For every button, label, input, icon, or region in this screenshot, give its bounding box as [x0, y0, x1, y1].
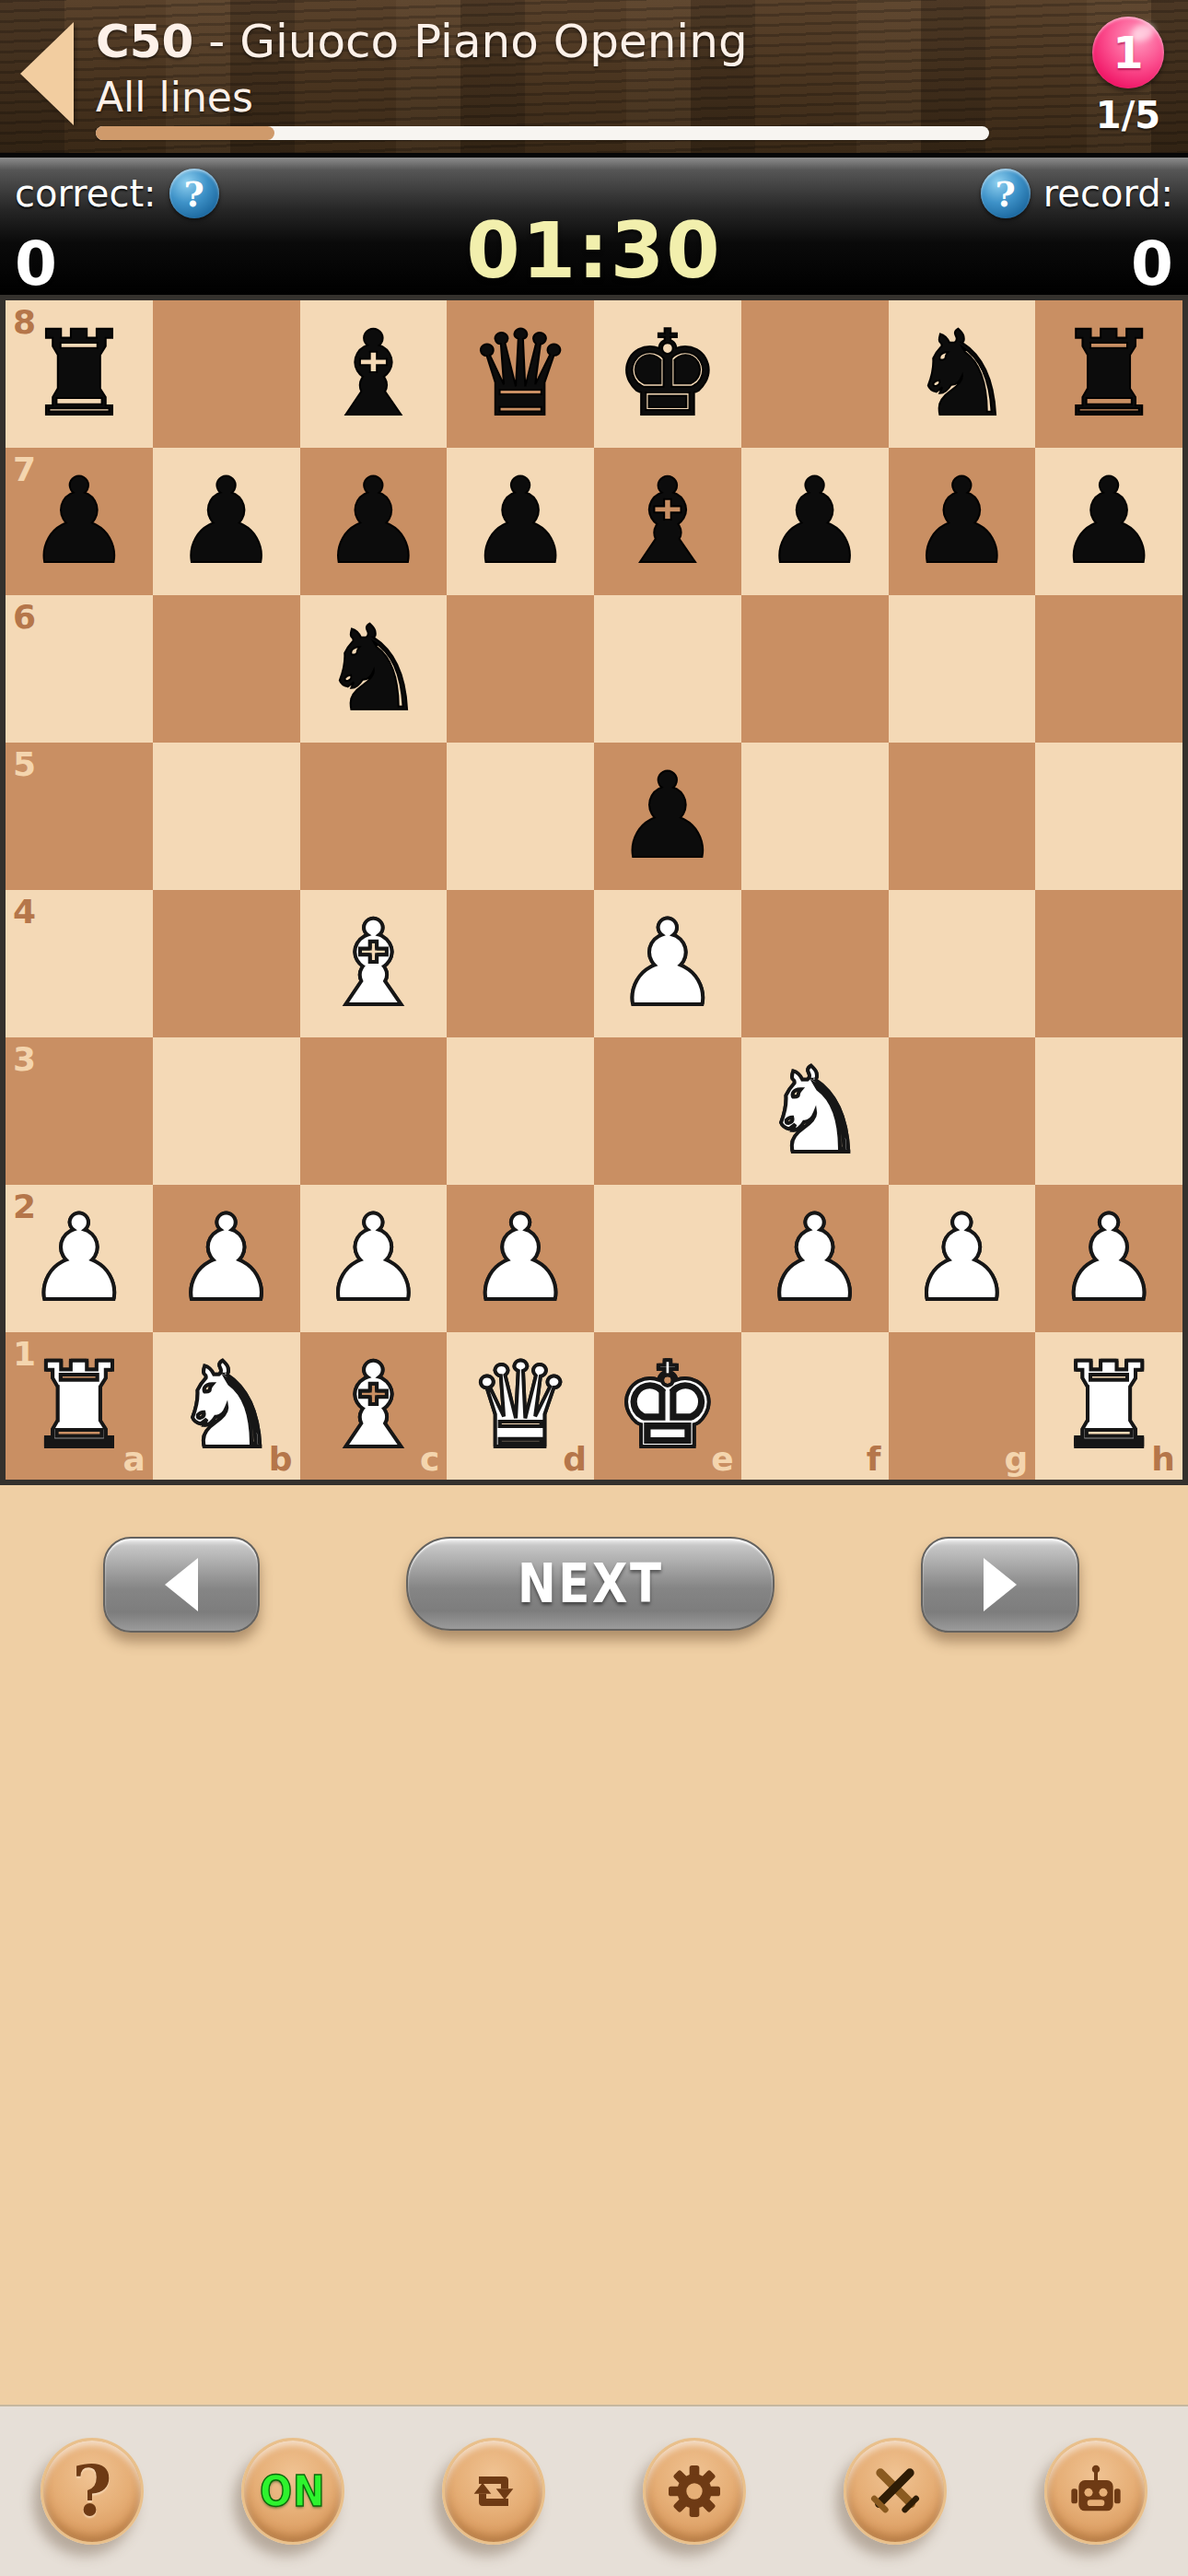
file-label-c: c [420, 1443, 439, 1476]
square-c3[interactable] [300, 1037, 448, 1185]
square-c1[interactable]: c♝ [300, 1332, 448, 1480]
square-a2[interactable]: 2♟ [6, 1185, 153, 1332]
countdown-timer: 01:30 [0, 212, 1188, 289]
square-b7[interactable]: ♟ [153, 448, 300, 595]
square-g4[interactable] [889, 890, 1036, 1037]
square-a4[interactable]: 4 [6, 890, 153, 1037]
black-bishop-c8: ♝ [300, 300, 448, 448]
square-g7[interactable]: ♟ [889, 448, 1036, 595]
square-a8[interactable]: 8♜ [6, 300, 153, 448]
square-c2[interactable]: ♟ [300, 1185, 448, 1332]
square-b1[interactable]: b♞ [153, 1332, 300, 1480]
bottom-toolbar: ? ON [0, 2405, 1188, 2576]
opening-trainer-app: C50 - Giuoco Piano Opening All lines 1 1… [0, 0, 1188, 2576]
square-e6[interactable] [594, 595, 741, 743]
black-pawn-c7: ♟ [300, 448, 448, 595]
file-label-a: a [122, 1443, 145, 1476]
square-h4[interactable] [1035, 890, 1182, 1037]
next-button[interactable]: NEXT [406, 1537, 775, 1631]
white-pawn-g2: ♟ [889, 1185, 1036, 1332]
square-h3[interactable] [1035, 1037, 1182, 1185]
square-h8[interactable]: ♜ [1035, 300, 1182, 448]
square-c6[interactable]: ♞ [300, 595, 448, 743]
question-icon: ? [996, 173, 1016, 215]
crossed-swords-icon [866, 2462, 925, 2521]
correct-label: correct: [15, 172, 157, 215]
black-pawn-d7: ♟ [447, 448, 594, 595]
square-b8[interactable] [153, 300, 300, 448]
white-king-e1: ♚ [594, 1332, 741, 1480]
black-bishop-e7: ♝ [594, 448, 741, 595]
move-navigation-area: NEXT [0, 1485, 1188, 2405]
white-rook-a1: ♜ [6, 1332, 153, 1480]
black-pawn-g7: ♟ [889, 448, 1036, 595]
square-b6[interactable] [153, 595, 300, 743]
square-b4[interactable] [153, 890, 300, 1037]
square-g3[interactable] [889, 1037, 1036, 1185]
question-icon: ? [183, 173, 204, 215]
square-f4[interactable] [741, 890, 889, 1037]
correct-label-group: correct: ? [15, 169, 232, 218]
file-label-g: g [1004, 1443, 1028, 1476]
square-h5[interactable] [1035, 743, 1182, 890]
square-h2[interactable]: ♟ [1035, 1185, 1182, 1332]
round-badge-value: 1 [1112, 27, 1143, 78]
white-pawn-h2: ♟ [1035, 1185, 1182, 1332]
title-dash: - [208, 15, 225, 68]
record-label-group: ? record: [968, 169, 1173, 218]
white-bishop-c1: ♝ [300, 1332, 448, 1480]
square-e2[interactable] [594, 1185, 741, 1332]
black-pawn-e5: ♟ [594, 743, 741, 890]
square-h7[interactable]: ♟ [1035, 448, 1182, 595]
sound-on-toggle-button[interactable]: ON [241, 2438, 344, 2545]
square-d1[interactable]: d♛ [447, 1332, 594, 1480]
square-f2[interactable]: ♟ [741, 1185, 889, 1332]
rank-label-5: 5 [13, 748, 36, 781]
square-d7[interactable]: ♟ [447, 448, 594, 595]
right-arrow-icon [984, 1558, 1017, 1611]
back-arrow-icon [20, 22, 74, 125]
file-label-f: f [867, 1443, 881, 1476]
square-a3[interactable]: 3 [6, 1037, 153, 1185]
round-badge: 1 [1092, 17, 1164, 88]
left-arrow-icon [165, 1558, 198, 1611]
square-e8[interactable]: ♚ [594, 300, 741, 448]
square-b3[interactable] [153, 1037, 300, 1185]
file-label-e: e [711, 1443, 733, 1476]
record-help-button[interactable]: ? [981, 169, 1031, 218]
repeat-button[interactable] [442, 2438, 545, 2545]
gear-icon [665, 2462, 724, 2521]
rank-label-8: 8 [13, 306, 36, 339]
lines-subtitle: All lines [96, 74, 253, 121]
black-knight-g8: ♞ [889, 300, 1036, 448]
robot-icon [1066, 2462, 1125, 2521]
black-pawn-a7: ♟ [6, 448, 153, 595]
settings-button[interactable] [643, 2438, 746, 2545]
back-button[interactable] [20, 20, 85, 131]
square-d8[interactable]: ♛ [447, 300, 594, 448]
chess-board: 8♜♝♛♚♞♜7♟♟♟♟♝♟♟♟6♞5♟4♝♟3♞2♟♟♟♟♟♟♟1a♜b♞c♝… [6, 300, 1182, 1480]
white-pawn-b2: ♟ [153, 1185, 300, 1332]
square-d6[interactable] [447, 595, 594, 743]
square-g8[interactable]: ♞ [889, 300, 1036, 448]
square-e4[interactable]: ♟ [594, 890, 741, 1037]
score-bar: correct: ? ? record: 0 0 01:30 [0, 153, 1188, 295]
square-f8[interactable] [741, 300, 889, 448]
black-pawn-f7: ♟ [741, 448, 889, 595]
square-a6[interactable]: 6 [6, 595, 153, 743]
progress-fill [96, 126, 274, 140]
record-label: record: [1043, 172, 1173, 215]
square-e1[interactable]: e♚ [594, 1332, 741, 1480]
rank-label-4: 4 [13, 896, 36, 929]
rank-label-6: 6 [13, 601, 36, 634]
rank-label-1: 1 [13, 1338, 36, 1371]
square-g2[interactable]: ♟ [889, 1185, 1036, 1332]
round-progress-label: 1/5 [1059, 94, 1188, 136]
black-king-e8: ♚ [594, 300, 741, 448]
battle-mode-button[interactable] [844, 2438, 947, 2545]
file-label-d: d [563, 1443, 587, 1476]
board-frame: 8♜♝♛♚♞♜7♟♟♟♟♝♟♟♟6♞5♟4♝♟3♞2♟♟♟♟♟♟♟1a♜b♞c♝… [0, 295, 1188, 1485]
header-bar: C50 - Giuoco Piano Opening All lines 1 1… [0, 0, 1188, 153]
question-icon: ? [72, 2452, 111, 2531]
white-pawn-e4: ♟ [594, 890, 741, 1037]
engine-button[interactable] [1044, 2438, 1147, 2545]
square-g6[interactable] [889, 595, 1036, 743]
white-rook-h1: ♜ [1035, 1332, 1182, 1480]
square-h1[interactable]: h♜ [1035, 1332, 1182, 1480]
square-g5[interactable] [889, 743, 1036, 890]
next-button-label: NEXT [518, 1552, 664, 1615]
square-e3[interactable] [594, 1037, 741, 1185]
square-c5[interactable] [300, 743, 448, 890]
white-knight-b1: ♞ [153, 1332, 300, 1480]
white-pawn-d2: ♟ [447, 1185, 594, 1332]
black-rook-h8: ♜ [1035, 300, 1182, 448]
square-f1[interactable]: f [741, 1332, 889, 1480]
progress-bar [96, 126, 989, 140]
white-pawn-c2: ♟ [300, 1185, 448, 1332]
square-g1[interactable]: g [889, 1332, 1036, 1480]
square-d5[interactable] [447, 743, 594, 890]
square-d3[interactable] [447, 1037, 594, 1185]
square-b2[interactable]: ♟ [153, 1185, 300, 1332]
forward-move-button[interactable] [921, 1537, 1079, 1633]
square-f7[interactable]: ♟ [741, 448, 889, 595]
page-title: C50 - Giuoco Piano Opening [96, 15, 748, 68]
square-d2[interactable]: ♟ [447, 1185, 594, 1332]
square-e5[interactable]: ♟ [594, 743, 741, 890]
black-queen-d8: ♛ [447, 300, 594, 448]
square-h6[interactable] [1035, 595, 1182, 743]
opening-name: Giuoco Piano Opening [239, 15, 748, 68]
correct-help-button[interactable]: ? [169, 169, 219, 218]
file-label-b: b [269, 1443, 293, 1476]
square-f3[interactable]: ♞ [741, 1037, 889, 1185]
black-rook-a8: ♜ [6, 300, 153, 448]
repeat-icon [464, 2462, 523, 2521]
help-button[interactable]: ? [41, 2438, 144, 2545]
square-d4[interactable] [447, 890, 594, 1037]
square-a1[interactable]: 1a♜ [6, 1332, 153, 1480]
white-pawn-a2: ♟ [6, 1185, 153, 1332]
square-c4[interactable]: ♝ [300, 890, 448, 1037]
square-c8[interactable]: ♝ [300, 300, 448, 448]
square-f5[interactable] [741, 743, 889, 890]
square-b5[interactable] [153, 743, 300, 890]
white-bishop-c4: ♝ [300, 890, 448, 1037]
rank-label-7: 7 [13, 453, 36, 486]
square-e7[interactable]: ♝ [594, 448, 741, 595]
rank-label-2: 2 [13, 1190, 36, 1224]
white-queen-d1: ♛ [447, 1332, 594, 1480]
white-knight-f3: ♞ [741, 1037, 889, 1185]
square-a5[interactable]: 5 [6, 743, 153, 890]
square-f6[interactable] [741, 595, 889, 743]
white-pawn-f2: ♟ [741, 1185, 889, 1332]
square-c7[interactable]: ♟ [300, 448, 448, 595]
black-knight-c6: ♞ [300, 595, 448, 743]
black-pawn-h7: ♟ [1035, 448, 1182, 595]
file-label-h: h [1151, 1443, 1175, 1476]
on-label: ON [260, 2466, 326, 2516]
previous-move-button[interactable] [103, 1537, 260, 1633]
black-pawn-b7: ♟ [153, 448, 300, 595]
square-a7[interactable]: 7♟ [6, 448, 153, 595]
rank-label-3: 3 [13, 1043, 36, 1076]
eco-code: C50 [96, 15, 193, 68]
